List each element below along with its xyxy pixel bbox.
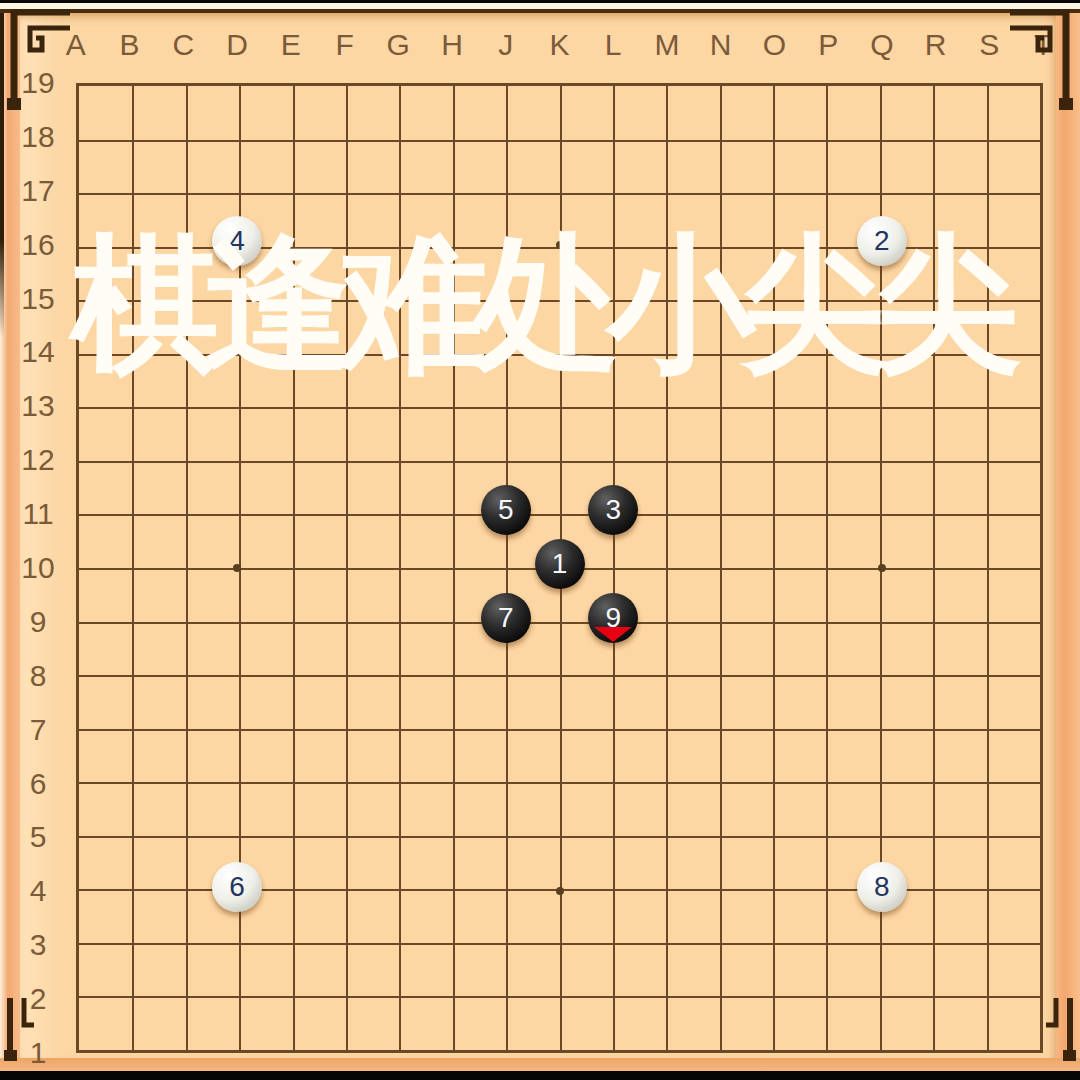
grid-cell	[720, 354, 773, 408]
grid-cell	[132, 514, 185, 568]
grid-cell	[453, 407, 506, 461]
grid-cell	[79, 889, 132, 943]
grid-cell	[613, 247, 666, 301]
stone-black-7-J9[interactable]: 7	[481, 593, 531, 643]
grid-cell	[560, 836, 613, 890]
grid-cell	[933, 836, 986, 890]
grid-cell	[399, 354, 452, 408]
grid-cell	[346, 514, 399, 568]
grid-cell	[132, 729, 185, 783]
grid-cell	[506, 140, 559, 194]
grid-cell	[613, 407, 666, 461]
grid-cell	[880, 86, 933, 140]
grid-cell	[880, 354, 933, 408]
grid-cell	[186, 568, 239, 622]
corner-ornament-top-right	[1010, 6, 1080, 181]
grid-cell	[132, 996, 185, 1050]
stone-white-4-D16[interactable]: 4	[212, 216, 262, 266]
grid-cell	[933, 568, 986, 622]
grid-cell	[399, 407, 452, 461]
grid-cell	[293, 514, 346, 568]
grid-cell	[239, 568, 292, 622]
grid-cell	[826, 461, 879, 515]
grid-cell	[293, 889, 346, 943]
grid-cell	[453, 943, 506, 997]
grid-cell	[186, 354, 239, 408]
grid-cell	[987, 836, 1040, 890]
row-label-9: 9	[14, 595, 62, 649]
grid-cell	[239, 514, 292, 568]
grid-cell	[666, 782, 719, 836]
grid-cell	[773, 836, 826, 890]
grid-cell	[506, 836, 559, 890]
grid-cell	[560, 354, 613, 408]
grid-cell	[560, 889, 613, 943]
stone-white-6-D4[interactable]: 6	[212, 862, 262, 912]
grid-cell	[293, 836, 346, 890]
grid-cell	[239, 729, 292, 783]
grid-cell	[453, 247, 506, 301]
grid-cell	[987, 943, 1040, 997]
grid-cell	[293, 193, 346, 247]
grid-cell	[560, 943, 613, 997]
grid-cell	[613, 675, 666, 729]
row-label-7: 7	[14, 703, 62, 757]
grid-cell	[506, 889, 559, 943]
grid-cell	[880, 300, 933, 354]
grid-cell	[293, 461, 346, 515]
column-label-R: R	[909, 26, 963, 64]
grid-cell	[720, 407, 773, 461]
grid-cell	[666, 461, 719, 515]
grid-cell	[79, 514, 132, 568]
grid-cell	[293, 300, 346, 354]
column-label-E: E	[264, 26, 318, 64]
grid-cell	[453, 300, 506, 354]
row-label-4: 4	[14, 864, 62, 918]
grid-cell	[506, 729, 559, 783]
grid-cell	[399, 193, 452, 247]
grid-cell	[987, 300, 1040, 354]
grid-cell	[987, 889, 1040, 943]
grid-cell	[773, 943, 826, 997]
grid-cell	[132, 407, 185, 461]
grid-cell	[720, 622, 773, 676]
grid-cell	[880, 407, 933, 461]
grid-cell	[399, 943, 452, 997]
stone-number: 7	[498, 604, 514, 632]
grid-cell	[399, 247, 452, 301]
grid-cell	[666, 889, 719, 943]
grid-cell	[720, 729, 773, 783]
grid-cell	[293, 729, 346, 783]
grid-cell	[346, 193, 399, 247]
stone-number: 8	[874, 873, 890, 901]
grid-cell	[933, 193, 986, 247]
grid-cell	[79, 836, 132, 890]
grid-cell	[666, 996, 719, 1050]
grid-cell	[933, 300, 986, 354]
grid-cell	[773, 514, 826, 568]
grid-cell	[132, 354, 185, 408]
grid-cell	[773, 996, 826, 1050]
grid-cell	[453, 729, 506, 783]
grid-cell	[239, 622, 292, 676]
grid-cell	[987, 514, 1040, 568]
grid-cell	[186, 461, 239, 515]
grid-cell	[346, 461, 399, 515]
grid-cell	[79, 943, 132, 997]
grid-cell	[186, 996, 239, 1050]
grid-cell	[293, 943, 346, 997]
grid-cell	[453, 193, 506, 247]
grid-cell	[293, 996, 346, 1050]
grid-cell	[720, 782, 773, 836]
grid-cell	[346, 836, 399, 890]
grid-cell	[79, 461, 132, 515]
grid-cell	[720, 193, 773, 247]
grid-cell	[346, 889, 399, 943]
grid-cell	[132, 86, 185, 140]
column-label-B: B	[103, 26, 157, 64]
stone-black-5-J11[interactable]: 5	[481, 485, 531, 535]
grid-cell	[933, 407, 986, 461]
grid-cell	[186, 622, 239, 676]
grid-cell	[346, 943, 399, 997]
grid-cell	[293, 675, 346, 729]
grid-cell	[933, 86, 986, 140]
grid-cell	[666, 140, 719, 194]
grid-cell	[346, 140, 399, 194]
star-point-K16	[556, 241, 564, 249]
grid-cell	[720, 996, 773, 1050]
grid-cell	[293, 782, 346, 836]
grid-cell	[666, 675, 719, 729]
grid-cell	[239, 782, 292, 836]
grid-cell	[880, 675, 933, 729]
grid-cell	[773, 568, 826, 622]
bottom-margin	[0, 1058, 1080, 1072]
stone-white-8-Q4[interactable]: 8	[857, 862, 907, 912]
grid-cell	[239, 407, 292, 461]
grid-cell	[720, 568, 773, 622]
column-label-O: O	[748, 26, 802, 64]
grid-cell	[399, 568, 452, 622]
column-label-C: C	[156, 26, 210, 64]
grid-cell	[346, 407, 399, 461]
grid-cell	[79, 300, 132, 354]
grid-cell	[613, 86, 666, 140]
row-label-16: 16	[14, 218, 62, 272]
grid-cell	[826, 622, 879, 676]
grid-cell	[720, 836, 773, 890]
grid-cell	[399, 514, 452, 568]
grid-cell	[560, 86, 613, 140]
grid-cell	[506, 193, 559, 247]
grid-cell	[506, 247, 559, 301]
grid-cell	[186, 943, 239, 997]
column-label-D: D	[210, 26, 264, 64]
grid-cell	[346, 247, 399, 301]
corner-ornament-top-left	[0, 6, 70, 181]
grid-cell	[346, 568, 399, 622]
grid-cell	[132, 889, 185, 943]
grid-cell	[79, 140, 132, 194]
grid-cell	[987, 782, 1040, 836]
grid-cell	[132, 300, 185, 354]
grid-cell	[933, 782, 986, 836]
grid-cell	[453, 996, 506, 1050]
stone-number: 6	[229, 873, 245, 901]
grid-cell	[880, 461, 933, 515]
column-label-H: H	[425, 26, 479, 64]
grid-cell	[399, 996, 452, 1050]
grid-cell	[666, 943, 719, 997]
star-point-K4	[556, 887, 564, 895]
grid-cell	[79, 782, 132, 836]
grid-cell	[666, 300, 719, 354]
stone-black-1-K10[interactable]: 1	[535, 539, 585, 589]
grid-cell	[773, 247, 826, 301]
grid-cell	[560, 782, 613, 836]
grid-cell	[987, 675, 1040, 729]
grid-cell	[399, 140, 452, 194]
grid-cell	[186, 729, 239, 783]
grid-cell	[613, 140, 666, 194]
grid-cell	[399, 836, 452, 890]
grid-cell	[880, 140, 933, 194]
grid-cell	[79, 86, 132, 140]
grid-cell	[933, 247, 986, 301]
grid-cell	[453, 86, 506, 140]
row-label-10: 10	[14, 541, 62, 595]
grid-cell	[933, 675, 986, 729]
grid-cell	[560, 996, 613, 1050]
grid-cell	[666, 514, 719, 568]
grid-cell	[293, 407, 346, 461]
stone-number: 5	[498, 496, 514, 524]
grid-cell	[560, 407, 613, 461]
column-label-P: P	[801, 26, 855, 64]
grid-cell	[399, 622, 452, 676]
grid-cell	[293, 568, 346, 622]
grid-cell	[933, 729, 986, 783]
grid-cell	[613, 729, 666, 783]
grid-cell	[453, 836, 506, 890]
grid-cell	[186, 86, 239, 140]
grid-cell	[506, 354, 559, 408]
grid-cell	[826, 514, 879, 568]
grid-cell	[773, 300, 826, 354]
grid-cell	[293, 140, 346, 194]
grid-cell	[399, 300, 452, 354]
grid-cell	[666, 247, 719, 301]
grid-cell	[399, 461, 452, 515]
stone-number: 9	[605, 604, 621, 632]
grid-cell	[826, 675, 879, 729]
row-labels: 19181716151413121110987654321	[14, 56, 62, 1080]
grid-cell	[720, 86, 773, 140]
corner-ornament-bottom-left	[0, 998, 70, 1073]
grid-cell	[666, 836, 719, 890]
row-label-6: 6	[14, 757, 62, 811]
grid-cell	[506, 675, 559, 729]
grid-cell	[933, 461, 986, 515]
grid-cell	[399, 729, 452, 783]
grid-cell	[79, 622, 132, 676]
grid-cell	[666, 193, 719, 247]
stone-black-9-L9[interactable]: 9	[588, 593, 638, 643]
grid-cell	[79, 996, 132, 1050]
grid-cell	[132, 461, 185, 515]
grid-cell	[132, 568, 185, 622]
grid-cell	[399, 889, 452, 943]
grid-cell	[186, 140, 239, 194]
row-label-8: 8	[14, 649, 62, 703]
grid-cell	[186, 782, 239, 836]
grid-cell	[239, 354, 292, 408]
grid-cell	[826, 140, 879, 194]
row-label-13: 13	[14, 379, 62, 433]
grid-cell	[506, 996, 559, 1050]
grid-cell	[453, 782, 506, 836]
row-label-3: 3	[14, 918, 62, 972]
grid-cell	[987, 193, 1040, 247]
grid-cell	[132, 782, 185, 836]
grid-cell	[399, 675, 452, 729]
grid-cell	[186, 300, 239, 354]
grid-cell	[186, 514, 239, 568]
grid-cell	[239, 461, 292, 515]
star-point-D10	[233, 564, 241, 572]
grid-cell	[933, 354, 986, 408]
grid-cell	[560, 300, 613, 354]
grid-cell	[346, 300, 399, 354]
column-label-L: L	[586, 26, 640, 64]
grid-cell	[880, 514, 933, 568]
grid-cell	[880, 782, 933, 836]
grid-cell	[346, 675, 399, 729]
column-label-N: N	[694, 26, 748, 64]
grid-cell	[933, 514, 986, 568]
grid-cell	[132, 675, 185, 729]
grid-cell	[880, 996, 933, 1050]
grid-cell	[987, 461, 1040, 515]
grid-cell	[880, 729, 933, 783]
grid-cell	[987, 407, 1040, 461]
grid-cell	[613, 354, 666, 408]
grid-cell	[560, 675, 613, 729]
grid-cell	[293, 622, 346, 676]
column-label-Q: Q	[855, 26, 909, 64]
grid-cell	[773, 889, 826, 943]
grid-cell	[773, 193, 826, 247]
grid-cell	[186, 407, 239, 461]
grid-cell	[613, 193, 666, 247]
grid-cell	[346, 86, 399, 140]
grid-cell	[773, 407, 826, 461]
column-label-S: S	[962, 26, 1016, 64]
grid-cell	[666, 568, 719, 622]
grid-cell	[773, 354, 826, 408]
stone-white-2-Q16[interactable]: 2	[857, 216, 907, 266]
star-point-Q10	[878, 564, 886, 572]
grid-cell	[826, 407, 879, 461]
grid-cell	[826, 568, 879, 622]
grid-cell	[506, 86, 559, 140]
stone-number: 4	[229, 227, 245, 255]
grid-cell	[613, 300, 666, 354]
grid-cell	[506, 407, 559, 461]
row-label-5: 5	[14, 810, 62, 864]
grid-cell	[293, 86, 346, 140]
stone-number: 1	[552, 550, 568, 578]
column-label-G: G	[371, 26, 425, 64]
column-label-F: F	[318, 26, 372, 64]
grid-cell	[453, 354, 506, 408]
grid-cell	[293, 354, 346, 408]
board-grid: 123456789	[76, 83, 1043, 1053]
grid-cell	[666, 354, 719, 408]
grid-cell	[239, 300, 292, 354]
grid-cell	[666, 407, 719, 461]
grid-cell	[933, 943, 986, 997]
grid-cell	[987, 622, 1040, 676]
grid-cell	[773, 675, 826, 729]
grid-cell	[79, 247, 132, 301]
grid-cell	[720, 461, 773, 515]
grid-cell	[720, 514, 773, 568]
grid-cell	[987, 247, 1040, 301]
grid-cell	[79, 729, 132, 783]
grid-cell	[773, 140, 826, 194]
column-label-J: J	[479, 26, 533, 64]
grid-cell	[346, 782, 399, 836]
grid-cell	[826, 300, 879, 354]
grid-cell	[132, 943, 185, 997]
grid-cell	[613, 943, 666, 997]
grid-cell	[132, 836, 185, 890]
grid-cell	[346, 622, 399, 676]
grid-cell	[666, 622, 719, 676]
grid-cell	[933, 889, 986, 943]
grid-cell	[293, 247, 346, 301]
grid-cell	[720, 943, 773, 997]
grid-cell	[773, 622, 826, 676]
grid-cell	[773, 86, 826, 140]
grid-cell	[880, 622, 933, 676]
stone-black-3-L11[interactable]: 3	[588, 485, 638, 535]
grid-cell	[880, 568, 933, 622]
grid-cell	[79, 354, 132, 408]
top-frame-line	[0, 9, 1080, 13]
grid-cell	[613, 782, 666, 836]
grid-cell	[826, 943, 879, 997]
grid-cell	[186, 675, 239, 729]
row-label-12: 12	[14, 433, 62, 487]
grid-cell	[506, 300, 559, 354]
column-label-K: K	[533, 26, 587, 64]
grid-cell	[987, 729, 1040, 783]
row-label-14: 14	[14, 325, 62, 379]
row-label-15: 15	[14, 272, 62, 326]
grid-cell	[826, 996, 879, 1050]
column-label-M: M	[640, 26, 694, 64]
column-labels: ABCDEFGHJKLMNOPQRST	[49, 26, 1070, 64]
grid-cell	[346, 729, 399, 783]
grid-cell	[826, 86, 879, 140]
grid-cell	[826, 354, 879, 408]
